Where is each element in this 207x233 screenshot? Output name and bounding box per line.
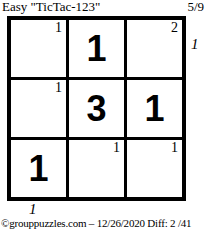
cell-value: 3 (69, 80, 124, 137)
copyright-line: ©grouppuzzles.com – 12/26/2020 Diff: 2 /… (1, 217, 191, 230)
cell-value: 1 (127, 80, 182, 137)
cell-r1c1[interactable]: 3 (69, 80, 124, 137)
cell-r1c2[interactable]: 1 (127, 80, 182, 137)
cell-value (11, 80, 66, 137)
cell-value (127, 140, 182, 197)
cell-value (127, 20, 182, 77)
cell-r0c2[interactable]: 2 (127, 20, 182, 77)
row-marker-right: 1 (191, 37, 199, 52)
cell-value (11, 20, 66, 77)
cell-r2c2[interactable]: 1 (127, 140, 182, 197)
cell-value (69, 140, 124, 197)
cell-value: 1 (69, 20, 124, 77)
cell-r0c1[interactable]: 1 (69, 20, 124, 77)
puzzle-title: Easy "TicTac-123" (2, 0, 100, 14)
cell-r2c1[interactable]: 1 (69, 140, 124, 197)
puzzle-page: Easy "TicTac-123" 5/9 1 1 2 1 3 1 1 (0, 0, 207, 233)
column-marker-bottom: 1 (29, 202, 37, 217)
cell-value: 1 (11, 140, 66, 197)
cell-r1c0[interactable]: 1 (11, 80, 66, 137)
tictac123-board: 1 1 2 1 3 1 1 1 (7, 16, 186, 201)
progress-counter: 5/9 (187, 0, 204, 14)
cell-r0c0[interactable]: 1 (11, 20, 66, 77)
cell-r2c0[interactable]: 1 (11, 140, 66, 197)
